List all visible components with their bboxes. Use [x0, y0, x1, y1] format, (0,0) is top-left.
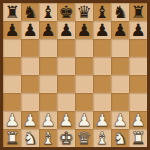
- square-h5[interactable]: [129, 57, 147, 75]
- square-g7[interactable]: ♟: [111, 21, 129, 39]
- square-c5[interactable]: [39, 57, 57, 75]
- black-rook[interactable]: ♜: [130, 3, 145, 21]
- square-f8[interactable]: ♝: [93, 3, 111, 21]
- square-e4[interactable]: [75, 75, 93, 93]
- square-e6[interactable]: [75, 39, 93, 57]
- square-g5[interactable]: [111, 57, 129, 75]
- white-pawn[interactable]: ♟: [22, 111, 37, 129]
- square-a4[interactable]: [3, 75, 21, 93]
- square-b6[interactable]: [21, 39, 39, 57]
- square-g1[interactable]: ♞: [111, 129, 129, 147]
- square-c8[interactable]: ♝: [39, 3, 57, 21]
- square-d7[interactable]: ♟: [57, 21, 75, 39]
- square-a5[interactable]: [3, 57, 21, 75]
- white-rook[interactable]: ♜: [4, 129, 19, 147]
- square-f1[interactable]: ♝: [93, 129, 111, 147]
- white-queen[interactable]: ♛: [76, 129, 91, 147]
- square-d8[interactable]: ♚: [57, 3, 75, 21]
- black-knight[interactable]: ♞: [112, 3, 127, 21]
- square-f3[interactable]: [93, 93, 111, 111]
- square-b8[interactable]: ♞: [21, 3, 39, 21]
- black-pawn[interactable]: ♟: [94, 21, 109, 39]
- square-h1[interactable]: ♜: [129, 129, 147, 147]
- white-king[interactable]: ♚: [58, 129, 73, 147]
- square-c2[interactable]: ♟: [39, 111, 57, 129]
- square-g3[interactable]: [111, 93, 129, 111]
- square-b3[interactable]: [21, 93, 39, 111]
- square-c3[interactable]: [39, 93, 57, 111]
- black-pawn[interactable]: ♟: [40, 21, 55, 39]
- black-king[interactable]: ♚: [58, 3, 73, 21]
- black-pawn[interactable]: ♟: [130, 21, 145, 39]
- black-bishop[interactable]: ♝: [40, 3, 55, 21]
- square-a6[interactable]: [3, 39, 21, 57]
- square-h2[interactable]: ♟: [129, 111, 147, 129]
- square-b2[interactable]: ♟: [21, 111, 39, 129]
- square-e8[interactable]: ♛: [75, 3, 93, 21]
- square-c6[interactable]: [39, 39, 57, 57]
- square-h7[interactable]: ♟: [129, 21, 147, 39]
- square-g2[interactable]: ♟: [111, 111, 129, 129]
- square-h4[interactable]: [129, 75, 147, 93]
- square-g4[interactable]: [111, 75, 129, 93]
- square-d5[interactable]: [57, 57, 75, 75]
- square-b4[interactable]: [21, 75, 39, 93]
- square-c4[interactable]: [39, 75, 57, 93]
- square-d4[interactable]: [57, 75, 75, 93]
- board-frame: ♜♞♝♚♛♝♞♜♟♟♟♟♟♟♟♟♟♟♟♟♟♟♟♟♜♞♝♚♛♝♞♜: [0, 0, 150, 150]
- black-pawn[interactable]: ♟: [58, 21, 73, 39]
- square-f7[interactable]: ♟: [93, 21, 111, 39]
- black-pawn[interactable]: ♟: [76, 21, 91, 39]
- square-e1[interactable]: ♛: [75, 129, 93, 147]
- square-b1[interactable]: ♞: [21, 129, 39, 147]
- square-g6[interactable]: [111, 39, 129, 57]
- square-e3[interactable]: [75, 93, 93, 111]
- square-a7[interactable]: ♟: [3, 21, 21, 39]
- black-queen[interactable]: ♛: [76, 3, 91, 21]
- black-pawn[interactable]: ♟: [22, 21, 37, 39]
- square-e2[interactable]: ♟: [75, 111, 93, 129]
- square-d1[interactable]: ♚: [57, 129, 75, 147]
- square-b7[interactable]: ♟: [21, 21, 39, 39]
- chess-board: ♜♞♝♚♛♝♞♜♟♟♟♟♟♟♟♟♟♟♟♟♟♟♟♟♜♞♝♚♛♝♞♜: [3, 3, 147, 147]
- square-h3[interactable]: [129, 93, 147, 111]
- black-knight[interactable]: ♞: [22, 3, 37, 21]
- square-d6[interactable]: [57, 39, 75, 57]
- white-pawn[interactable]: ♟: [94, 111, 109, 129]
- square-f4[interactable]: [93, 75, 111, 93]
- square-e7[interactable]: ♟: [75, 21, 93, 39]
- square-c7[interactable]: ♟: [39, 21, 57, 39]
- square-a1[interactable]: ♜: [3, 129, 21, 147]
- black-bishop[interactable]: ♝: [94, 3, 109, 21]
- black-pawn[interactable]: ♟: [4, 21, 19, 39]
- white-knight[interactable]: ♞: [112, 129, 127, 147]
- square-d2[interactable]: ♟: [57, 111, 75, 129]
- square-f2[interactable]: ♟: [93, 111, 111, 129]
- white-pawn[interactable]: ♟: [4, 111, 19, 129]
- white-pawn[interactable]: ♟: [76, 111, 91, 129]
- square-h8[interactable]: ♜: [129, 3, 147, 21]
- square-f6[interactable]: [93, 39, 111, 57]
- black-rook[interactable]: ♜: [4, 3, 19, 21]
- square-e5[interactable]: [75, 57, 93, 75]
- square-a8[interactable]: ♜: [3, 3, 21, 21]
- white-pawn[interactable]: ♟: [40, 111, 55, 129]
- square-a3[interactable]: [3, 93, 21, 111]
- white-pawn[interactable]: ♟: [130, 111, 145, 129]
- square-h6[interactable]: [129, 39, 147, 57]
- white-pawn[interactable]: ♟: [58, 111, 73, 129]
- square-f5[interactable]: [93, 57, 111, 75]
- white-bishop[interactable]: ♝: [40, 129, 55, 147]
- white-rook[interactable]: ♜: [130, 129, 145, 147]
- square-a2[interactable]: ♟: [3, 111, 21, 129]
- square-c1[interactable]: ♝: [39, 129, 57, 147]
- white-bishop[interactable]: ♝: [94, 129, 109, 147]
- white-pawn[interactable]: ♟: [112, 111, 127, 129]
- square-d3[interactable]: [57, 93, 75, 111]
- square-g8[interactable]: ♞: [111, 3, 129, 21]
- black-pawn[interactable]: ♟: [112, 21, 127, 39]
- white-knight[interactable]: ♞: [22, 129, 37, 147]
- square-b5[interactable]: [21, 57, 39, 75]
